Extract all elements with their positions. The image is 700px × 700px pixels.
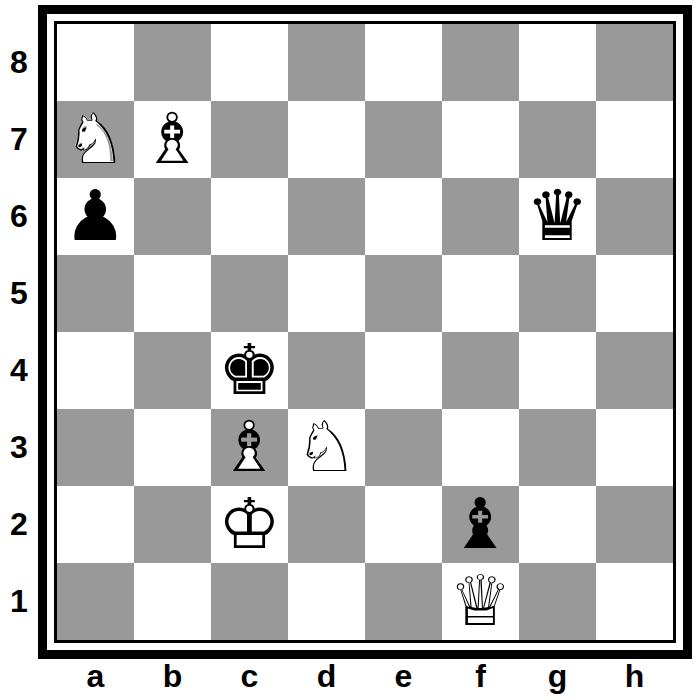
square-h5[interactable] [596,255,673,332]
white-bishop-b7[interactable]: ♗ [141,101,204,178]
square-f7[interactable] [442,101,519,178]
square-d7[interactable] [288,101,365,178]
file-label-a: a [57,654,134,698]
square-h6[interactable] [596,178,673,255]
square-h3[interactable] [596,409,673,486]
square-f1[interactable]: ♛♕ [442,563,519,640]
square-g2[interactable] [519,486,596,563]
square-e2[interactable] [365,486,442,563]
square-e5[interactable] [365,255,442,332]
square-f5[interactable] [442,255,519,332]
square-d3[interactable]: ♞♘ [288,409,365,486]
square-e6[interactable] [365,178,442,255]
square-b6[interactable] [134,178,211,255]
file-label-h: h [596,654,673,698]
square-d4[interactable] [288,332,365,409]
square-d2[interactable] [288,486,365,563]
square-f2[interactable]: ♝ [442,486,519,563]
square-f4[interactable] [442,332,519,409]
square-g1[interactable] [519,563,596,640]
square-g6[interactable]: ♛ [519,178,596,255]
square-e1[interactable] [365,563,442,640]
square-a3[interactable] [57,409,134,486]
white-bishop-c3[interactable]: ♗ [218,409,281,486]
square-c5[interactable] [211,255,288,332]
square-c7[interactable] [211,101,288,178]
rank-label-3: 3 [0,409,38,486]
file-label-f: f [442,654,519,698]
square-c3[interactable]: ♝♗ [211,409,288,486]
file-label-g: g [519,654,596,698]
white-knight-d3[interactable]: ♘ [295,409,358,486]
square-h4[interactable] [596,332,673,409]
file-label-c: c [211,654,288,698]
square-a8[interactable] [57,24,134,101]
white-king-c2[interactable]: ♔ [218,486,281,563]
white-knight-a7[interactable]: ♘ [64,101,127,178]
square-d5[interactable] [288,255,365,332]
square-f6[interactable] [442,178,519,255]
rank-label-8: 8 [0,24,38,101]
square-g7[interactable] [519,101,596,178]
chess-board: ♞♘♝♗♟♛♚♝♗♞♘♚♔♝♛♕ [54,21,676,643]
square-a1[interactable] [57,563,134,640]
square-a5[interactable] [57,255,134,332]
square-c2[interactable]: ♚♔ [211,486,288,563]
square-d6[interactable] [288,178,365,255]
square-g4[interactable] [519,332,596,409]
black-pawn-a6[interactable]: ♟ [64,178,127,255]
rank-label-1: 1 [0,563,38,640]
square-b5[interactable] [134,255,211,332]
square-d8[interactable] [288,24,365,101]
square-a2[interactable] [57,486,134,563]
square-g3[interactable] [519,409,596,486]
square-b4[interactable] [134,332,211,409]
square-c1[interactable] [211,563,288,640]
square-c8[interactable] [211,24,288,101]
square-h8[interactable] [596,24,673,101]
square-a4[interactable] [57,332,134,409]
black-king-c4[interactable]: ♚ [218,332,281,409]
black-bishop-f2[interactable]: ♝ [449,486,512,563]
rank-label-4: 4 [0,332,38,409]
rank-label-7: 7 [0,101,38,178]
white-queen-f1[interactable]: ♕ [449,563,512,640]
square-e7[interactable] [365,101,442,178]
file-label-d: d [288,654,365,698]
square-b1[interactable] [134,563,211,640]
square-b2[interactable] [134,486,211,563]
square-h2[interactable] [596,486,673,563]
square-g8[interactable] [519,24,596,101]
board-frame: ♞♘♝♗♟♛♚♝♗♞♘♚♔♝♛♕ [38,5,692,659]
square-b7[interactable]: ♝♗ [134,101,211,178]
square-f8[interactable] [442,24,519,101]
square-e4[interactable] [365,332,442,409]
square-a6[interactable]: ♟ [57,178,134,255]
square-e8[interactable] [365,24,442,101]
square-a7[interactable]: ♞♘ [57,101,134,178]
file-label-e: e [365,654,442,698]
square-b8[interactable] [134,24,211,101]
chess-diagram: 87654321 ♞♘♝♗♟♛♚♝♗♞♘♚♔♝♛♕ abcdefgh [0,0,700,700]
square-f3[interactable] [442,409,519,486]
square-c6[interactable] [211,178,288,255]
file-label-b: b [134,654,211,698]
rank-label-5: 5 [0,255,38,332]
square-e3[interactable] [365,409,442,486]
square-h7[interactable] [596,101,673,178]
square-h1[interactable] [596,563,673,640]
file-labels: abcdefgh [57,654,673,698]
square-c4[interactable]: ♚ [211,332,288,409]
rank-label-6: 6 [0,178,38,255]
rank-label-2: 2 [0,486,38,563]
square-g5[interactable] [519,255,596,332]
square-d1[interactable] [288,563,365,640]
square-b3[interactable] [134,409,211,486]
black-queen-g6[interactable]: ♛ [526,178,589,255]
rank-labels: 87654321 [0,24,38,640]
